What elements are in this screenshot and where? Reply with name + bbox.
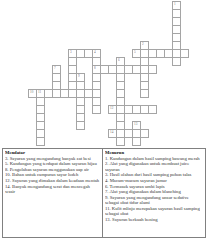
cell-number: 11 bbox=[38, 90, 41, 93]
cell-number: 5 bbox=[134, 50, 136, 53]
cell-number: 2 bbox=[142, 42, 144, 45]
cell-number: 10 bbox=[30, 90, 33, 93]
cell-number: 6 bbox=[118, 58, 120, 61]
grid-cell[interactable] bbox=[172, 57, 181, 66]
grid-cell[interactable] bbox=[140, 89, 149, 98]
grid-cell[interactable] bbox=[36, 137, 45, 146]
grid-cell[interactable] bbox=[76, 121, 85, 130]
down-clue-item: 11. Kulit mlinjo merupakan sayuran hasil… bbox=[105, 205, 203, 216]
grid-cell[interactable] bbox=[140, 129, 149, 138]
grid-cell[interactable] bbox=[92, 105, 101, 114]
clue-panel: Mendatar 3. Sayuran yang mengandung bany… bbox=[2, 148, 206, 238]
grid-cell[interactable] bbox=[148, 105, 157, 114]
cell-number: 9 bbox=[78, 74, 80, 77]
cell-number: 3 bbox=[70, 50, 72, 53]
cell-number: 14 bbox=[110, 130, 113, 133]
grid-cell[interactable] bbox=[132, 137, 141, 146]
cell-number: 12 bbox=[110, 106, 113, 109]
grid-cell[interactable] bbox=[148, 65, 157, 74]
down-clue-item: 2. Alat yang digunakan untuk membuat jui… bbox=[105, 161, 203, 172]
down-clue-list: 1. Kandungan dalam hasil samping bawang … bbox=[105, 156, 203, 223]
across-clue-list: 3. Sayuran yang mengandung banyak zat be… bbox=[5, 156, 100, 195]
crossword-worksheet-page: 1234567891011121314 Mendatar 3. Sayuran … bbox=[0, 0, 209, 241]
across-clue-item: 14. Banyak mengandung serat dan mencegah… bbox=[5, 183, 100, 194]
grid-cell[interactable] bbox=[180, 49, 189, 58]
grid-cell[interactable] bbox=[116, 137, 125, 146]
cell-number: 8 bbox=[94, 66, 96, 69]
down-clues-column: Menurun 1. Kandungan dalam hasil samping… bbox=[102, 149, 205, 237]
across-clue-item: 12. Sayuran yang dimakan dalam keadaan m… bbox=[5, 178, 100, 184]
crossword-grid: 1234567891011121314 bbox=[28, 1, 189, 146]
down-clue-item: 9. Sayuran yang mengandung unsur sedativ… bbox=[105, 194, 203, 205]
across-clues-column: Mendatar 3. Sayuran yang mengandung bany… bbox=[3, 149, 102, 237]
cell-number: 13 bbox=[134, 122, 137, 125]
cell-number: 4 bbox=[94, 50, 96, 53]
cell-number: 7 bbox=[54, 66, 56, 69]
down-clue-item: 13. Sayuran berkuah bening bbox=[105, 217, 203, 223]
cell-number: 1 bbox=[174, 2, 176, 5]
